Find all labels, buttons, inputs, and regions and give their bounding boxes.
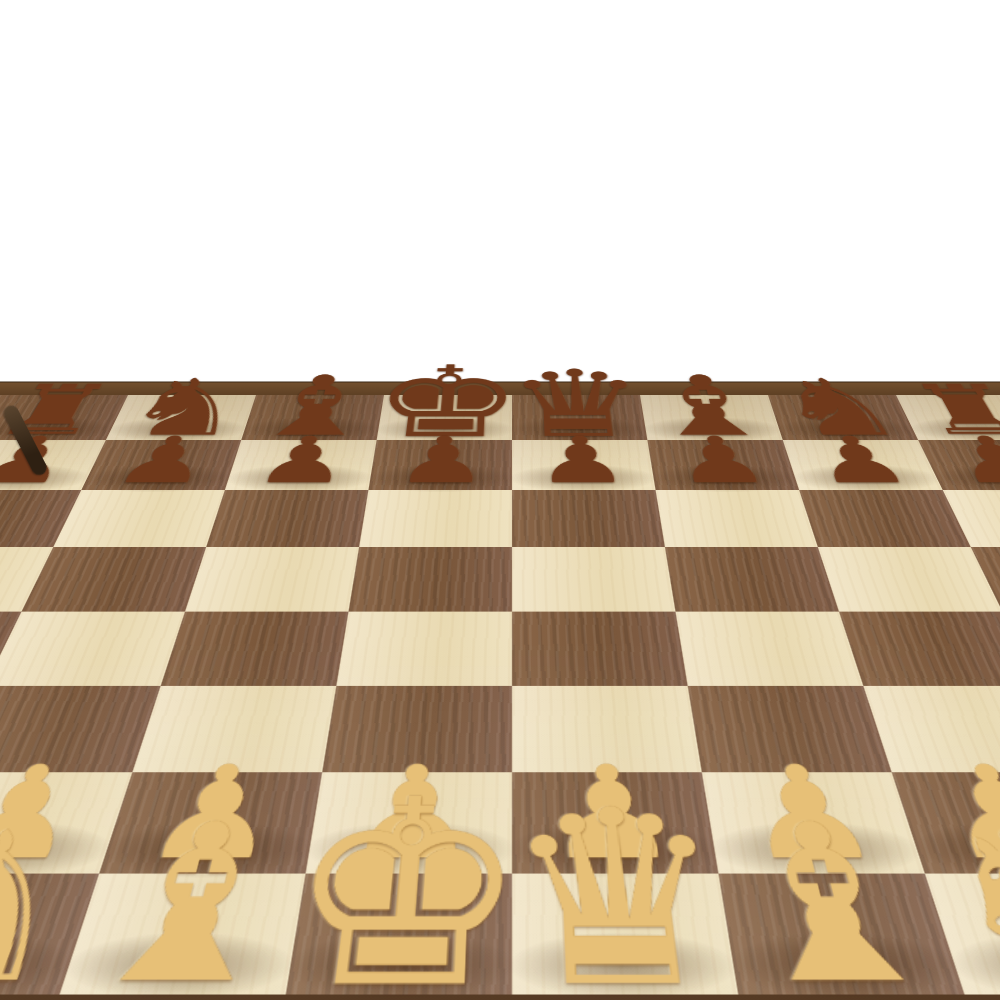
square-c3[interactable] bbox=[132, 686, 336, 772]
square-e3[interactable] bbox=[512, 686, 702, 772]
square-b5[interactable] bbox=[22, 547, 207, 612]
square-c2[interactable] bbox=[99, 772, 322, 873]
square-c5[interactable] bbox=[185, 547, 359, 612]
square-f1[interactable] bbox=[718, 874, 964, 995]
square-e4[interactable] bbox=[512, 612, 688, 686]
square-f3[interactable] bbox=[688, 686, 892, 772]
square-g6[interactable] bbox=[799, 490, 971, 547]
square-e2[interactable] bbox=[512, 772, 718, 873]
square-d4[interactable] bbox=[336, 612, 512, 686]
square-g4[interactable] bbox=[839, 612, 1000, 686]
chess-board: ♜♞♝♚♛♝♞♜♟♟♟♟♟♟♟♟♟♟♟♟♟♟♟♟♜♞♝♚♛♝♞♜ bbox=[0, 395, 1000, 994]
square-d6[interactable] bbox=[359, 490, 512, 547]
square-d5[interactable] bbox=[349, 547, 512, 612]
square-f5[interactable] bbox=[665, 547, 839, 612]
square-f2[interactable] bbox=[702, 772, 925, 873]
square-d3[interactable] bbox=[322, 686, 512, 772]
square-c6[interactable] bbox=[206, 490, 368, 547]
product-photo-scene: ♜♞♝♚♛♝♞♜♟♟♟♟♟♟♟♟♟♟♟♟♟♟♟♟♜♞♝♚♛♝♞♜ bbox=[0, 0, 1000, 1000]
square-c4[interactable] bbox=[161, 612, 349, 686]
square-f4[interactable] bbox=[675, 612, 863, 686]
square-e1[interactable] bbox=[512, 874, 738, 995]
square-e6[interactable] bbox=[512, 490, 665, 547]
board-grid bbox=[0, 395, 1000, 994]
square-c1[interactable] bbox=[60, 874, 306, 995]
square-b6[interactable] bbox=[53, 490, 225, 547]
square-b4[interactable] bbox=[0, 612, 185, 686]
square-e5[interactable] bbox=[512, 547, 675, 612]
square-g5[interactable] bbox=[818, 547, 1000, 612]
square-d1[interactable] bbox=[286, 874, 512, 995]
square-f6[interactable] bbox=[656, 490, 818, 547]
square-d2[interactable] bbox=[306, 772, 512, 873]
